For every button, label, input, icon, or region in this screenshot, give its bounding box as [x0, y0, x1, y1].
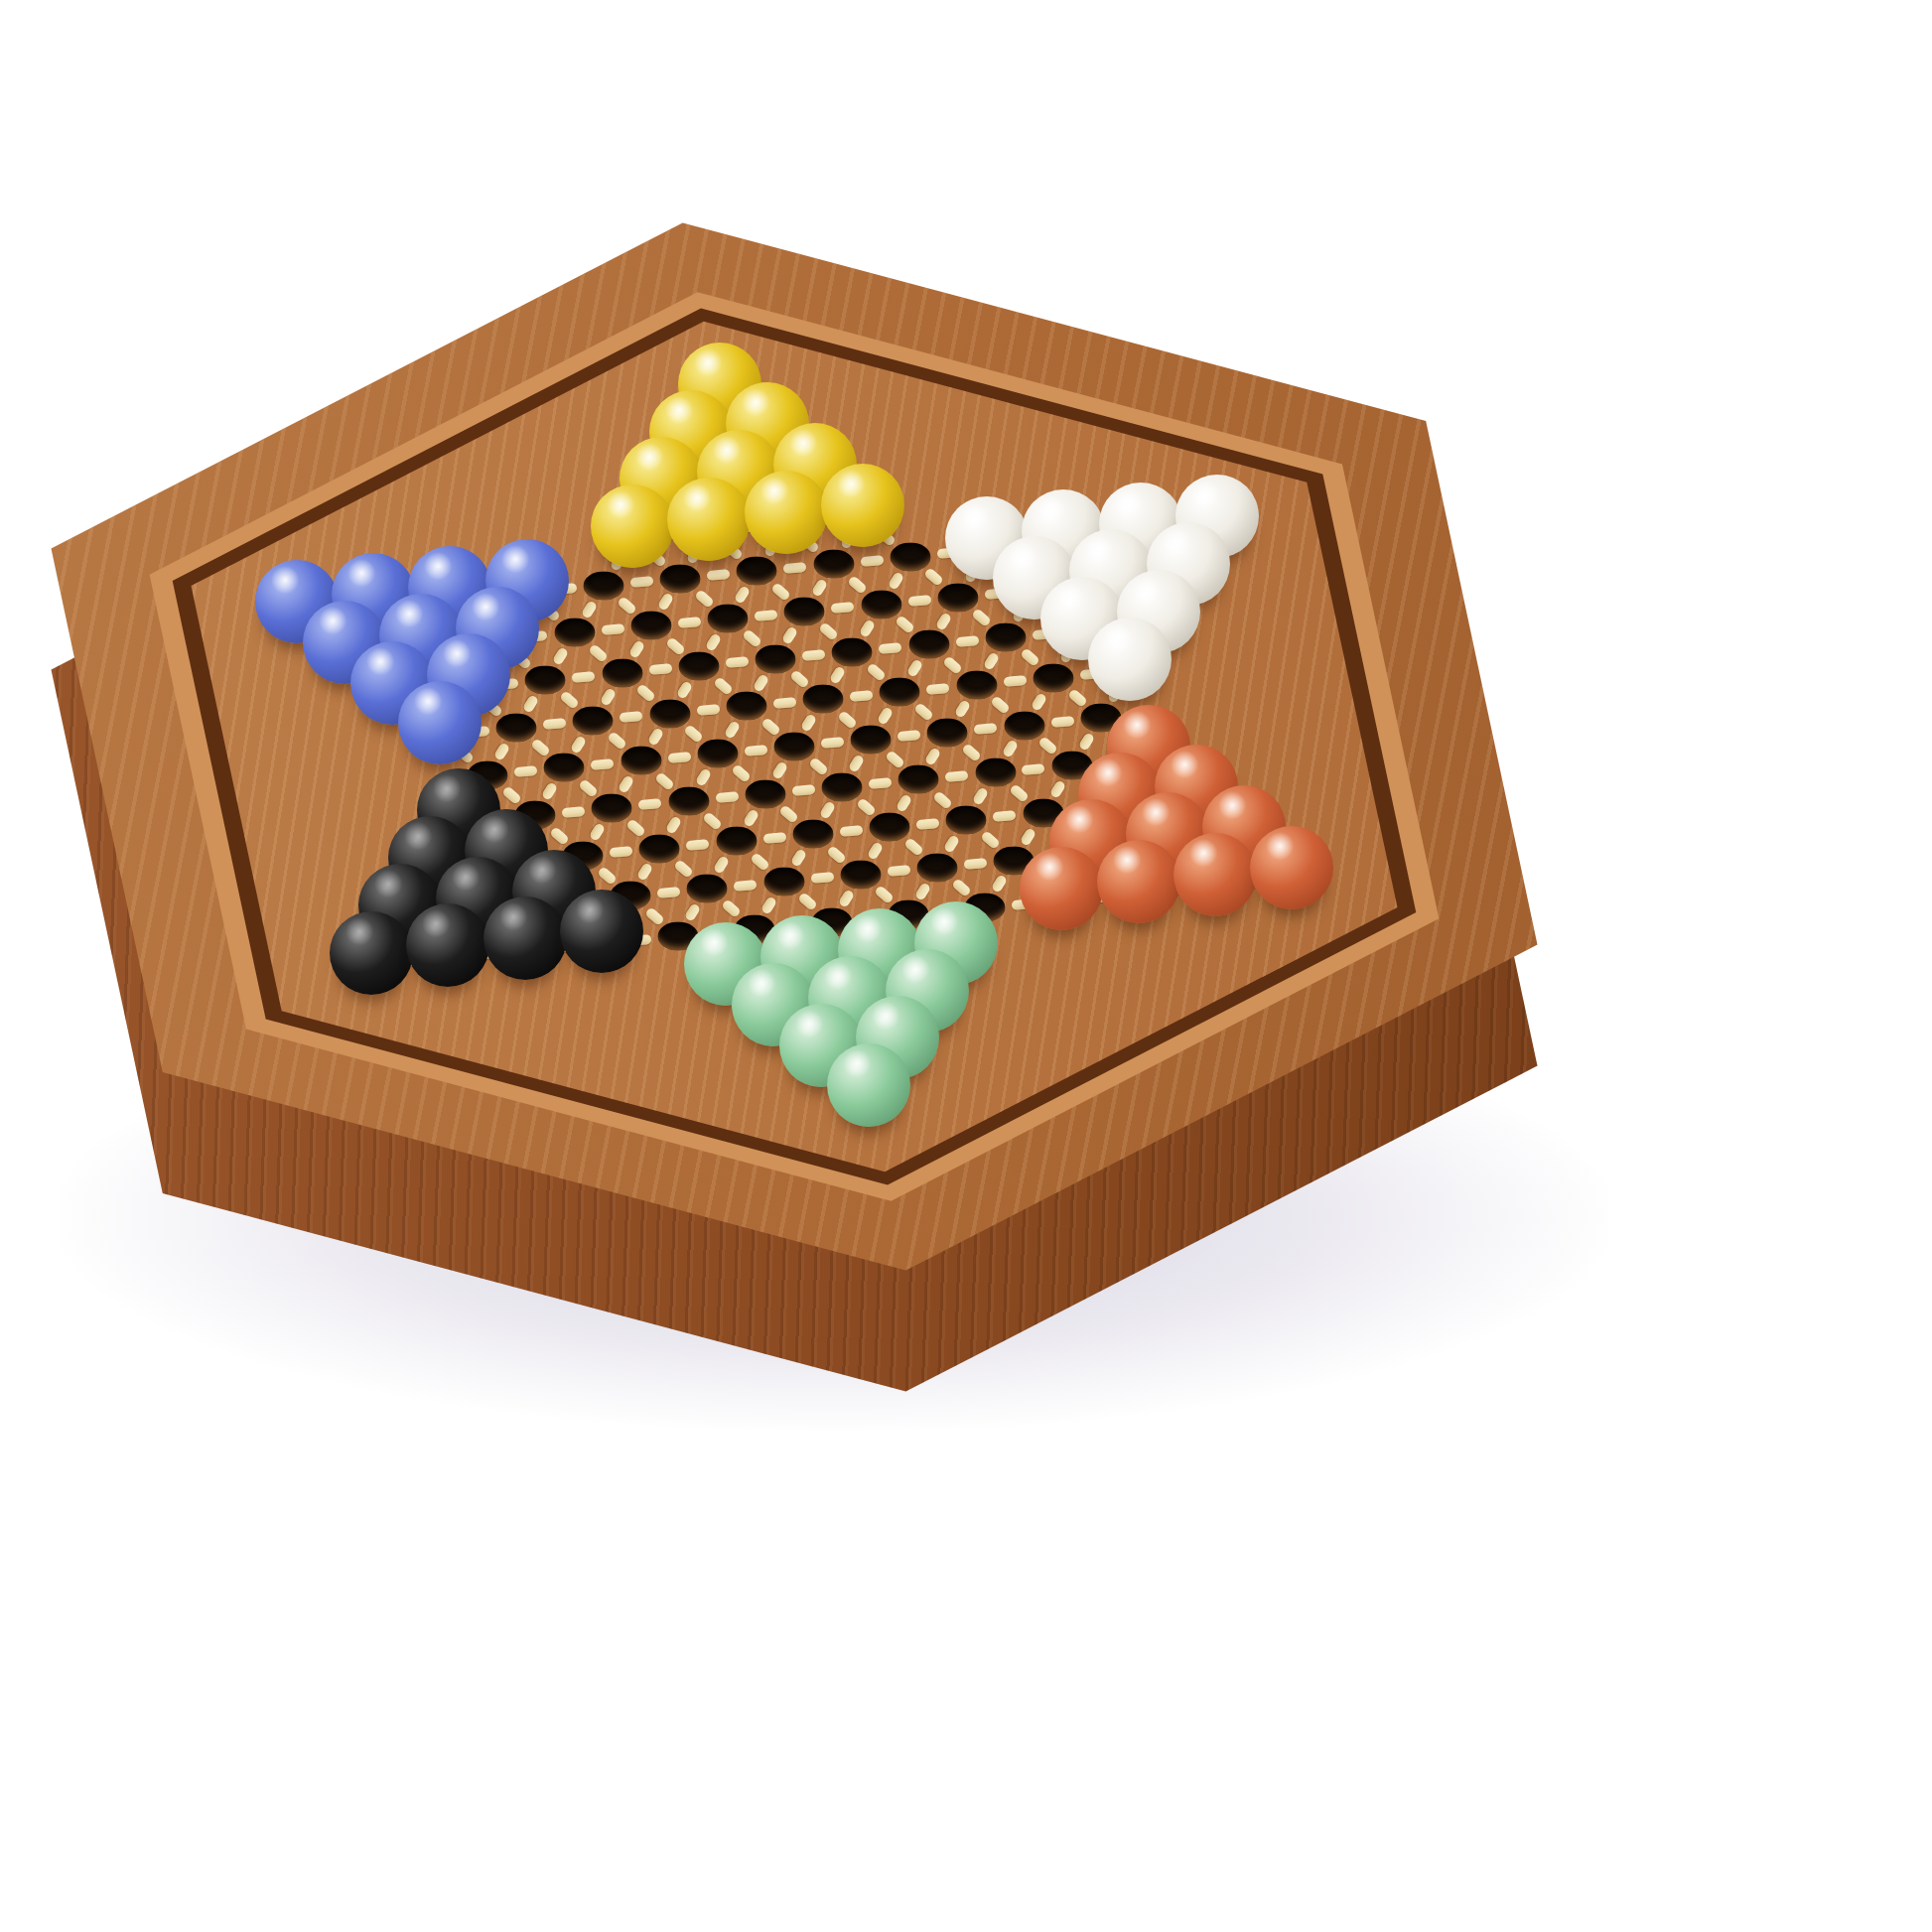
- dash-inlay: [601, 623, 624, 635]
- dash-inlay: [916, 817, 940, 829]
- board-hole[interactable]: [621, 747, 661, 775]
- marble-black[interactable]: [483, 897, 567, 980]
- dash-inlay: [744, 745, 767, 757]
- marble-black[interactable]: [560, 890, 643, 973]
- board-hole[interactable]: [822, 772, 863, 801]
- chinese-checkers-board: [0, 0, 1932, 1932]
- dash-inlay: [839, 825, 863, 837]
- board-hole[interactable]: [756, 644, 796, 673]
- board-hole[interactable]: [668, 786, 709, 815]
- board-hole[interactable]: [803, 685, 844, 714]
- board-hole[interactable]: [687, 875, 728, 903]
- marble-white[interactable]: [1088, 618, 1172, 701]
- board-hole[interactable]: [813, 550, 854, 579]
- marble-red[interactable]: [1250, 826, 1333, 909]
- board-hole[interactable]: [956, 670, 997, 699]
- board-hole[interactable]: [737, 557, 777, 586]
- marble-red[interactable]: [1173, 833, 1257, 916]
- board-hole[interactable]: [880, 678, 920, 707]
- board-hole[interactable]: [890, 543, 930, 572]
- board-hole[interactable]: [708, 605, 749, 633]
- board-hole[interactable]: [985, 623, 1026, 652]
- board-hole[interactable]: [592, 794, 632, 823]
- dash-inlay: [860, 555, 884, 567]
- dash-inlay: [755, 609, 778, 621]
- dash-inlay: [926, 682, 950, 694]
- board-hole[interactable]: [697, 740, 738, 768]
- board-hole[interactable]: [496, 713, 537, 742]
- dash-inlay: [734, 880, 758, 892]
- board-hole[interactable]: [975, 759, 1016, 787]
- marble-black[interactable]: [330, 911, 413, 995]
- marble-blue[interactable]: [398, 681, 482, 764]
- board-hole[interactable]: [1004, 711, 1044, 740]
- marble-red[interactable]: [1097, 840, 1180, 923]
- board-hole[interactable]: [649, 699, 690, 728]
- board-hole[interactable]: [908, 630, 949, 659]
- board-hole[interactable]: [554, 619, 595, 647]
- marble-red[interactable]: [1020, 847, 1103, 930]
- board-hole[interactable]: [583, 571, 623, 600]
- board-hole[interactable]: [851, 725, 892, 754]
- board-hole[interactable]: [870, 813, 910, 842]
- board-hole[interactable]: [678, 651, 719, 680]
- dash-inlay: [667, 752, 691, 763]
- dash-inlay: [850, 690, 874, 702]
- board-hole[interactable]: [840, 860, 881, 889]
- board-hole[interactable]: [774, 733, 815, 761]
- board-hole[interactable]: [660, 564, 701, 593]
- board-hole[interactable]: [917, 853, 958, 882]
- board-hole[interactable]: [898, 765, 939, 794]
- board-hole[interactable]: [630, 612, 671, 640]
- board-hole[interactable]: [602, 659, 642, 688]
- marble-yellow[interactable]: [821, 464, 904, 547]
- marble-black[interactable]: [406, 903, 489, 987]
- board-hole[interactable]: [1033, 663, 1073, 692]
- board-hole[interactable]: [716, 827, 757, 856]
- chinese-checkers-board-scene: [0, 0, 1932, 1932]
- marble-yellow[interactable]: [667, 478, 751, 561]
- board-hole[interactable]: [946, 805, 987, 834]
- dash-inlay: [955, 635, 979, 647]
- board-hole[interactable]: [573, 706, 614, 735]
- marble-yellow[interactable]: [591, 484, 674, 568]
- board-hole[interactable]: [525, 666, 566, 695]
- board-hole[interactable]: [639, 834, 680, 863]
- board-hole[interactable]: [544, 754, 585, 782]
- dash-inlay: [762, 832, 786, 844]
- marble-green[interactable]: [827, 1043, 910, 1127]
- board-hole[interactable]: [745, 779, 785, 808]
- board-hole[interactable]: [937, 583, 978, 612]
- board-hole[interactable]: [784, 597, 825, 625]
- marble-yellow[interactable]: [745, 471, 828, 554]
- board-hole[interactable]: [832, 637, 873, 666]
- board-hole[interactable]: [927, 718, 968, 747]
- board-hole[interactable]: [861, 590, 901, 619]
- board-hole[interactable]: [792, 820, 833, 849]
- dash-inlay: [562, 806, 586, 818]
- board-hole[interactable]: [726, 692, 766, 721]
- dash-inlay: [677, 617, 701, 628]
- board-hole[interactable]: [763, 868, 804, 897]
